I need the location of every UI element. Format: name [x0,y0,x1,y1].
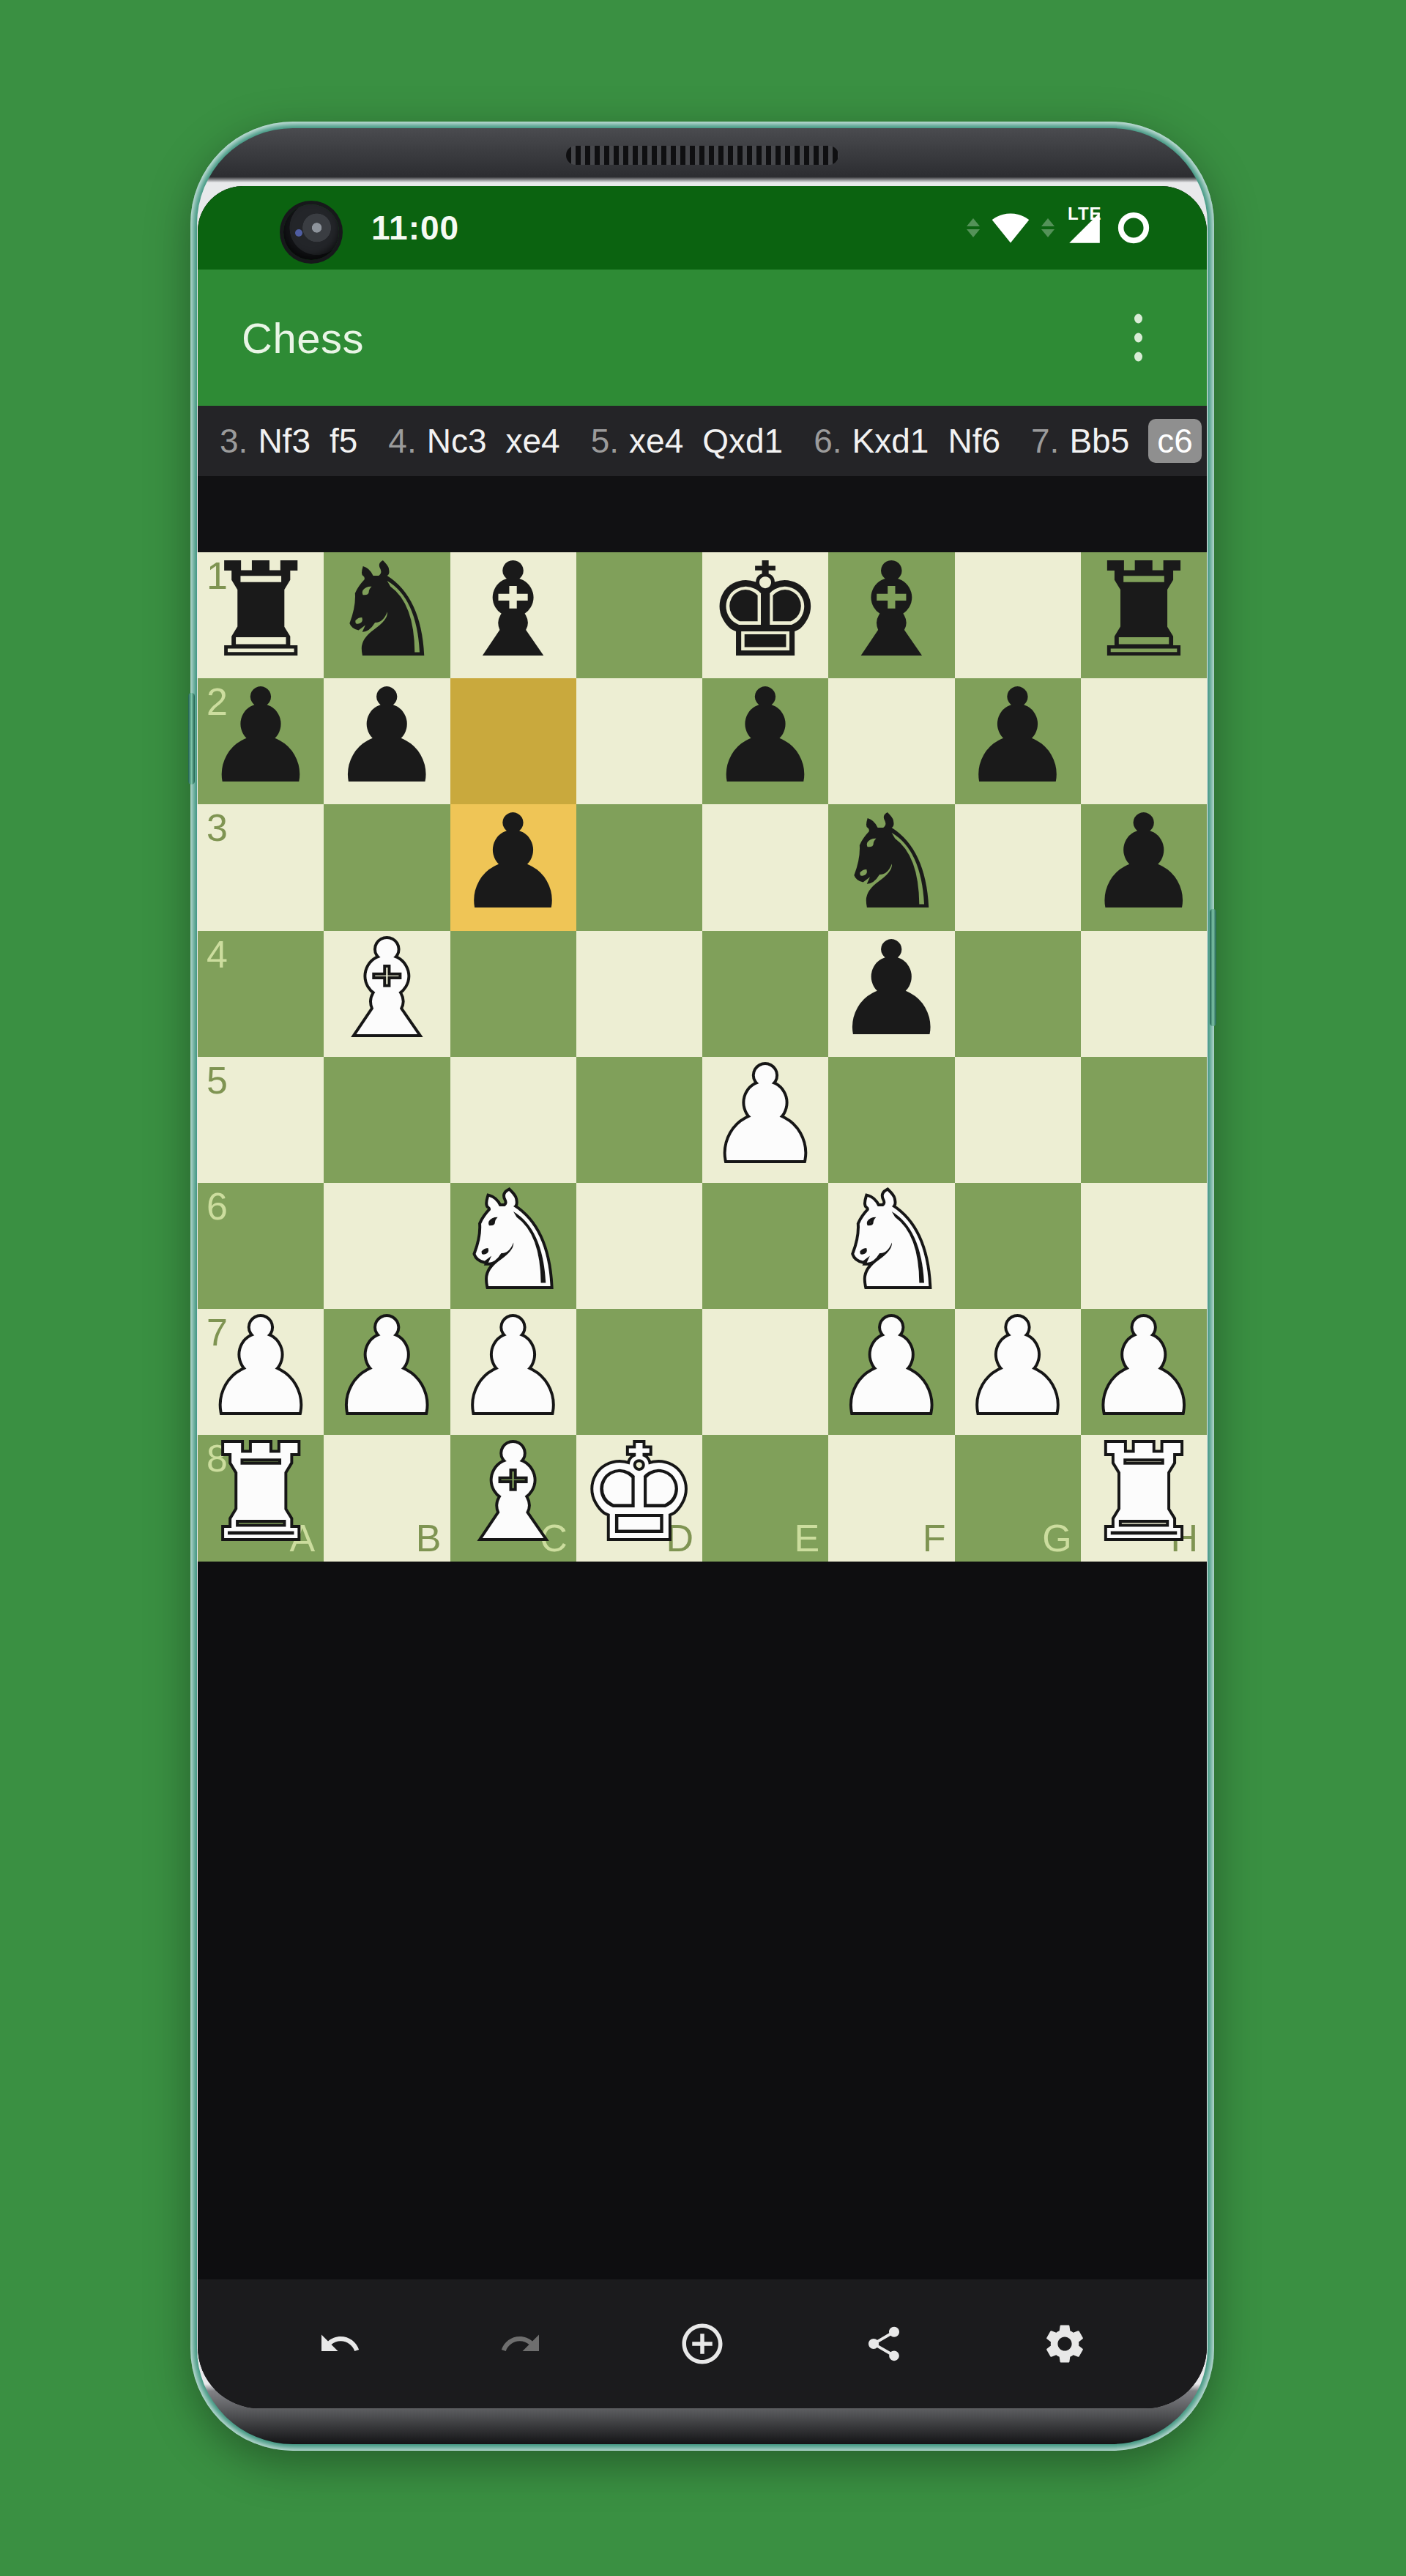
toolbar-share-button[interactable] [844,2304,924,2384]
move-list[interactable]: 3.Nf3f54.Nc3xe45.xe4Qxd16.Kxd1Nf67.Bb5c6 [198,406,1207,476]
piece-white-pawn[interactable]: ♟︎ [455,1304,572,1430]
square-d4[interactable] [576,931,702,1057]
square-g3[interactable] [955,804,1081,930]
move-number: 3. [220,421,248,461]
phone-mockup: 11:00 LTE [190,122,1214,2451]
piece-black-pawn[interactable]: ♟︎ [329,674,446,800]
square-a1[interactable]: 1♜ [198,552,324,678]
earpiece-speaker-grille [566,146,838,165]
square-d2[interactable] [576,678,702,804]
piece-black-bishop[interactable]: ♝ [455,548,572,674]
status-icons: LTE [967,186,1153,270]
square-f6[interactable]: ♞ [828,1183,954,1309]
wifi-activity-arrows-icon [967,218,980,237]
square-d8[interactable]: D♚ [576,1435,702,1561]
power-button [1210,909,1216,1026]
square-g1[interactable] [955,552,1081,678]
toolbar-new-game-button[interactable] [662,2304,743,2384]
square-c6[interactable]: ♞ [450,1183,576,1309]
square-a6[interactable]: 6 [198,1183,324,1309]
piece-white-rook[interactable]: ♜ [1085,1430,1202,1556]
overflow-menu-button[interactable] [1127,307,1150,369]
square-c3[interactable]: ♟︎ [450,804,576,930]
piece-black-pawn[interactable]: ♟︎ [707,674,824,800]
square-f2[interactable] [828,678,954,804]
square-g6[interactable] [955,1183,1081,1309]
empty-area [198,1562,1207,2280]
bottom-toolbar [198,2279,1207,2408]
square-b3[interactable] [324,804,450,930]
square-a2[interactable]: 2♟︎ [198,678,324,804]
square-c7[interactable]: ♟︎ [450,1309,576,1435]
file-label: F [923,1519,946,1557]
square-b2[interactable]: ♟︎ [324,678,450,804]
square-b1[interactable]: ♞ [324,552,450,678]
square-e2[interactable]: ♟︎ [702,678,828,804]
square-d6[interactable] [576,1183,702,1309]
piece-white-pawn[interactable]: ♟︎ [833,1304,951,1430]
square-g4[interactable] [955,931,1081,1057]
square-h1[interactable]: ♜ [1081,552,1207,678]
undo-icon [318,2322,362,2366]
rank-label: 6 [207,1187,228,1225]
square-f7[interactable]: ♟︎ [828,1309,954,1435]
move-black-xe4[interactable]: xe4 [506,421,560,461]
square-h5[interactable] [1081,1057,1207,1183]
piece-black-knight[interactable]: ♞ [833,800,951,926]
square-e7[interactable] [702,1309,828,1435]
toolbar-redo-button[interactable] [480,2304,561,2384]
square-f8[interactable]: F [828,1435,954,1561]
square-e6[interactable] [702,1183,828,1309]
piece-white-bishop[interactable]: ♝ [455,1430,572,1556]
piece-white-pawn[interactable]: ♟︎ [707,1053,824,1178]
piece-white-rook[interactable]: ♜ [202,1430,319,1556]
square-e3[interactable] [702,804,828,930]
move-number: 7. [1031,421,1059,461]
square-d7[interactable] [576,1309,702,1435]
chess-board: 1♜♞♝♚♝♜2♟︎♟︎♟︎♟︎3♟︎♞♟︎4♝♟︎5♟︎6♞♞7♟︎♟︎♟︎♟… [198,552,1207,1562]
piece-black-pawn[interactable]: ♟︎ [833,927,951,1053]
settings-gear-icon [1041,2320,1088,2367]
move-white-Bb5[interactable]: Bb5 [1069,421,1129,461]
square-f1[interactable]: ♝ [828,552,954,678]
toolbar-undo-button[interactable] [300,2304,380,2384]
square-h4[interactable] [1081,931,1207,1057]
piece-black-pawn[interactable]: ♟︎ [1085,800,1202,926]
redo-icon [499,2322,543,2366]
status-bar: 11:00 LTE [198,186,1207,270]
square-g8[interactable]: G [955,1435,1081,1561]
move-white-Nf3[interactable]: Nf3 [258,421,310,461]
app-bar: Chess [198,270,1207,406]
square-b4[interactable]: ♝ [324,931,450,1057]
square-g7[interactable]: ♟︎ [955,1309,1081,1435]
move-number: 4. [388,421,416,461]
piece-white-bishop[interactable]: ♝ [329,927,446,1053]
lte-label: LTE [1068,204,1102,224]
square-c2[interactable] [450,678,576,804]
square-c8[interactable]: C♝ [450,1435,576,1561]
file-label: E [795,1519,820,1557]
piece-white-knight[interactable]: ♞ [455,1178,572,1304]
piece-white-king[interactable]: ♚ [581,1430,698,1556]
square-d1[interactable] [576,552,702,678]
square-a7[interactable]: 7♟︎ [198,1309,324,1435]
square-f5[interactable] [828,1057,954,1183]
move-black-c6[interactable]: c6 [1148,419,1202,463]
file-label: G [1042,1519,1071,1557]
piece-black-pawn[interactable]: ♟︎ [455,800,572,926]
square-g2[interactable]: ♟︎ [955,678,1081,804]
cell-activity-arrows-icon [1041,218,1054,237]
square-h8[interactable]: H♜ [1081,1435,1207,1561]
app-title: Chess [242,270,364,406]
cell-signal-group: LTE [1066,209,1103,246]
piece-white-pawn[interactable]: ♟︎ [202,1304,319,1430]
piece-white-pawn[interactable]: ♟︎ [329,1304,446,1430]
square-f3[interactable]: ♞ [828,804,954,930]
square-b7[interactable]: ♟︎ [324,1309,450,1435]
move-black-f5[interactable]: f5 [330,421,357,461]
square-b5[interactable] [324,1057,450,1183]
piece-white-knight[interactable]: ♞ [833,1178,951,1304]
file-label: B [416,1519,442,1557]
add-circle-icon [678,2320,726,2368]
move-white-Kxd1[interactable]: Kxd1 [852,421,929,461]
piece-black-pawn[interactable]: ♟︎ [959,674,1076,800]
move-number: 5. [591,421,619,461]
square-h2[interactable] [1081,678,1207,804]
square-e4[interactable] [702,931,828,1057]
piece-black-pawn[interactable]: ♟︎ [202,674,319,800]
square-c5[interactable] [450,1057,576,1183]
piece-black-bishop[interactable]: ♝ [833,548,951,674]
square-h7[interactable]: ♟︎ [1081,1309,1207,1435]
rank-label: 4 [207,935,228,973]
square-h3[interactable]: ♟︎ [1081,804,1207,930]
rank-label: 3 [207,809,228,847]
square-b6[interactable] [324,1183,450,1309]
square-a5[interactable]: 5 [198,1057,324,1183]
status-time: 11:00 [371,186,459,270]
move-white-Nc3[interactable]: Nc3 [427,421,487,461]
piece-black-rook[interactable]: ♜ [1085,548,1202,674]
square-d5[interactable] [576,1057,702,1183]
square-a4[interactable]: 4 [198,931,324,1057]
share-icon [863,2323,904,2364]
piece-white-pawn[interactable]: ♟︎ [959,1304,1076,1430]
piece-black-king[interactable]: ♚ [707,548,824,674]
front-camera [283,204,339,260]
square-e5[interactable]: ♟︎ [702,1057,828,1183]
rank-label: 5 [207,1061,228,1099]
square-e8[interactable]: E [702,1435,828,1561]
move-black-Nf6[interactable]: Nf6 [948,421,1000,461]
square-a8[interactable]: 8A♜ [198,1435,324,1561]
square-d3[interactable] [576,804,702,930]
square-h6[interactable] [1081,1183,1207,1309]
piece-black-rook[interactable]: ♜ [202,548,319,674]
volume-button [188,693,195,784]
move-black-Qxd1[interactable]: Qxd1 [702,421,783,461]
toolbar-settings-button[interactable] [1024,2304,1105,2384]
square-e1[interactable]: ♚ [702,552,828,678]
piece-white-pawn[interactable]: ♟︎ [1085,1304,1202,1430]
battery-ring-icon [1115,209,1153,247]
square-b8[interactable]: B [324,1435,450,1561]
square-a3[interactable]: 3 [198,804,324,930]
square-f4[interactable]: ♟︎ [828,931,954,1057]
square-c4[interactable] [450,931,576,1057]
move-white-xe4[interactable]: xe4 [629,421,683,461]
move-number: 6. [814,421,841,461]
wifi-icon [992,209,1030,247]
square-g5[interactable] [955,1057,1081,1183]
piece-black-knight[interactable]: ♞ [329,548,446,674]
square-c1[interactable]: ♝ [450,552,576,678]
phone-screen: 11:00 LTE [198,186,1207,2408]
